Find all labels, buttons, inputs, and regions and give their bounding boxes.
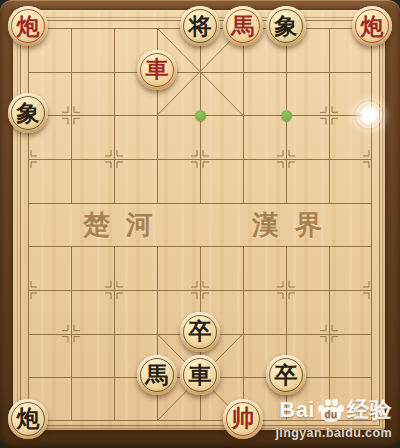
piece-black-cannon[interactable]: 炮 [8,399,48,439]
board-cell [28,203,71,247]
board-cell [286,246,329,290]
board-cell [28,159,71,203]
xiangqi-game-screen: 楚河 漢界 炮将馬象炮車象卒馬車卒炮帅 Bai du 经验 jingyan.ba… [0,0,400,448]
board-surface[interactable]: 楚河 漢界 炮将馬象炮車象卒馬車卒炮帅 [13,10,385,430]
board-cell [157,246,200,290]
board-cell [114,159,157,203]
board-cell [114,246,157,290]
board-cell [286,72,329,116]
board-cell [200,203,243,247]
board-cell [71,159,114,203]
board-cell [157,159,200,203]
board-cell [200,115,243,159]
piece-red-cannon[interactable]: 炮 [8,6,48,46]
board-cell [200,159,243,203]
board-cell [286,115,329,159]
board-cell [71,377,114,421]
board-cell [71,28,114,72]
board-cell [28,246,71,290]
board-cell [243,72,286,116]
board-cell [329,377,372,421]
board-cell [71,334,114,378]
piece-black-general[interactable]: 将 [180,6,220,46]
piece-black-elephant[interactable]: 象 [266,6,306,46]
board-cell [71,246,114,290]
board-cell [329,290,372,334]
board-cell [114,203,157,247]
board-cell [200,72,243,116]
board-cell [71,72,114,116]
board-cell [243,246,286,290]
board-cell [71,203,114,247]
piece-red-chariot[interactable]: 車 [137,50,177,90]
piece-black-soldier[interactable]: 卒 [180,312,220,352]
board-cell [157,115,200,159]
board-cell [28,334,71,378]
board-cell [329,159,372,203]
board-cell [329,334,372,378]
board-cell [329,72,372,116]
move-hint-dot[interactable] [195,110,206,121]
board-cell [286,203,329,247]
board-cell [329,203,372,247]
board-cell [243,115,286,159]
board-cell [114,290,157,334]
board-cell [243,290,286,334]
piece-red-horse[interactable]: 馬 [223,6,263,46]
board-cell [243,203,286,247]
move-hint-dot[interactable] [281,110,292,121]
board-cell [286,159,329,203]
board-cell [329,115,372,159]
board-cell [243,159,286,203]
board-cell [114,115,157,159]
board-cell [71,115,114,159]
piece-red-cannon[interactable]: 炮 [352,6,392,46]
board-cell [71,290,114,334]
board-cell [329,246,372,290]
board-cell [286,290,329,334]
board-cell [28,290,71,334]
board-cell [157,203,200,247]
board-cell [200,246,243,290]
piece-red-general[interactable]: 帅 [223,399,263,439]
